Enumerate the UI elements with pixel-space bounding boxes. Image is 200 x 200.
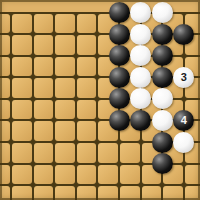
board-cell[interactable] [98,143,118,163]
black-stone [109,88,130,109]
board-cell[interactable] [77,100,97,120]
black-stone [173,24,194,45]
board-cell[interactable] [12,143,32,163]
board-cell[interactable] [55,121,75,141]
board-cell[interactable] [34,186,54,200]
white-stone [130,67,151,88]
board-cell[interactable] [12,186,32,200]
board-cell[interactable] [0,186,10,200]
board-cell[interactable] [34,165,54,185]
black-stone [152,153,173,174]
board-cell[interactable] [55,57,75,77]
board-cell[interactable] [34,14,54,34]
move-number-label: 3 [181,72,187,83]
board-cell[interactable] [34,100,54,120]
board-cell[interactable] [120,165,140,185]
white-stone [152,2,173,23]
board-cell[interactable] [12,14,32,34]
board-cell[interactable] [55,186,75,200]
black-stone [109,24,130,45]
board-cell[interactable] [12,35,32,55]
move-number-label: 4 [181,115,187,126]
board-cell[interactable] [98,165,118,185]
board-cell[interactable] [55,78,75,98]
white-stone [152,88,173,109]
black-stone [109,2,130,23]
board-cell[interactable] [34,35,54,55]
board-cell[interactable] [0,57,10,77]
go-board[interactable]: 34 [0,0,200,200]
board-cell[interactable] [12,57,32,77]
white-stone [130,24,151,45]
board-cell[interactable] [34,143,54,163]
board-cell[interactable] [185,165,200,185]
board-cell[interactable] [185,186,200,200]
black-stone [152,24,173,45]
board-cell[interactable] [55,165,75,185]
board-cell[interactable] [0,14,10,34]
black-stone [109,45,130,66]
board-cell[interactable] [77,121,97,141]
board-cell[interactable] [0,121,10,141]
board-cell[interactable] [77,78,97,98]
board-cell[interactable] [0,35,10,55]
board-cell[interactable] [0,143,10,163]
board-cell[interactable] [77,57,97,77]
board-cell[interactable] [34,57,54,77]
go-board-screenshot: 34 [0,0,200,200]
black-stone [152,45,173,66]
board-cell[interactable] [77,186,97,200]
board-cell[interactable] [55,14,75,34]
white-stone [173,132,194,153]
board-cell[interactable] [34,78,54,98]
board-cell[interactable] [77,35,97,55]
board-cell[interactable] [55,35,75,55]
board-cell[interactable] [55,143,75,163]
board-cell[interactable] [55,100,75,120]
white-stone [152,110,173,131]
board-cell[interactable] [142,186,162,200]
board-cell[interactable] [77,143,97,163]
black-stone [152,67,173,88]
board-cell[interactable] [163,186,183,200]
board-cell[interactable] [12,121,32,141]
black-stone [109,110,130,131]
white-stone [130,2,151,23]
board-cell[interactable] [98,186,118,200]
board-cell[interactable] [12,78,32,98]
black-stone [130,110,151,131]
board-cell[interactable] [0,165,10,185]
board-cell[interactable] [0,78,10,98]
black-stone [152,132,173,153]
board-cell[interactable] [0,100,10,120]
board-cell[interactable] [34,121,54,141]
white-stone: 3 [173,67,194,88]
board-cell[interactable] [77,14,97,34]
board-cell[interactable] [12,100,32,120]
black-stone [109,67,130,88]
board-cell[interactable] [12,165,32,185]
board-cell[interactable] [120,143,140,163]
board-cell[interactable] [120,186,140,200]
board-cell[interactable] [77,165,97,185]
